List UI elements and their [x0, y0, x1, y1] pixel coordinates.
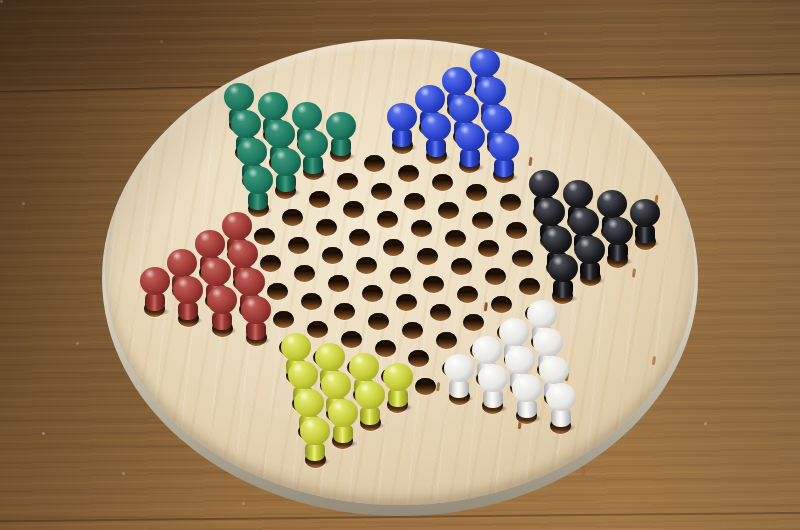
hole[interactable]	[288, 237, 309, 254]
peg-ball	[505, 346, 535, 374]
hole[interactable]	[371, 183, 392, 200]
peg-body	[248, 191, 268, 210]
peg-white[interactable]	[512, 374, 542, 422]
dust-specks	[0, 0, 3, 3]
hole[interactable]	[432, 174, 453, 191]
peg-ball	[355, 381, 385, 409]
hole[interactable]	[438, 202, 459, 219]
hole[interactable]	[491, 296, 512, 313]
peg-blue[interactable]	[387, 103, 417, 151]
peg-ball	[315, 343, 345, 371]
peg-ball	[140, 267, 170, 295]
peg-ball	[476, 77, 506, 105]
hole[interactable]	[383, 239, 404, 256]
peg-black[interactable]	[575, 236, 605, 284]
hole[interactable]	[463, 314, 484, 331]
peg-yellow[interactable]	[328, 399, 358, 447]
peg-ball	[300, 417, 330, 445]
hole[interactable]	[478, 240, 499, 257]
peg-ball	[241, 296, 271, 324]
peg-ball	[201, 258, 231, 286]
peg-blue[interactable]	[489, 133, 519, 181]
hole[interactable]	[423, 276, 444, 293]
hole[interactable]	[349, 229, 370, 246]
hole[interactable]	[457, 286, 478, 303]
peg-ball	[207, 286, 237, 314]
hole[interactable]	[322, 247, 343, 264]
hole[interactable]	[398, 165, 419, 182]
peg-ball	[243, 166, 273, 194]
hole[interactable]	[519, 278, 540, 295]
hole[interactable]	[445, 230, 466, 247]
peg-ball	[472, 336, 502, 364]
hole[interactable]	[506, 222, 527, 239]
peg-ball	[326, 112, 356, 140]
peg-yellow[interactable]	[355, 381, 385, 429]
peg-ball	[235, 268, 265, 296]
peg-ball	[173, 276, 203, 304]
peg-ball	[597, 190, 627, 218]
hole[interactable]	[500, 194, 521, 211]
peg-ball	[271, 148, 301, 176]
peg-green[interactable]	[326, 112, 356, 160]
peg-black[interactable]	[630, 199, 660, 247]
hole[interactable]	[316, 219, 337, 236]
peg-ball	[328, 399, 358, 427]
peg-ball	[258, 92, 288, 120]
peg-body	[178, 301, 198, 320]
peg-ball	[542, 226, 572, 254]
peg-ball	[482, 105, 512, 133]
hole[interactable]	[377, 211, 398, 228]
hole[interactable]	[334, 303, 355, 320]
peg-green[interactable]	[271, 148, 301, 196]
hole[interactable]	[309, 191, 330, 208]
hole[interactable]	[415, 378, 436, 395]
peg-ball	[455, 123, 485, 151]
peg-ball	[512, 374, 542, 402]
peg-body	[551, 408, 571, 427]
game-board	[105, 39, 695, 505]
hole[interactable]	[396, 294, 417, 311]
peg-black[interactable]	[548, 254, 578, 302]
hole[interactable]	[343, 201, 364, 218]
peg-white[interactable]	[546, 383, 576, 431]
peg-ball	[444, 354, 474, 382]
peg-ball	[415, 85, 445, 113]
peg-white[interactable]	[478, 364, 508, 412]
peg-ball	[489, 133, 519, 161]
peg-ball	[535, 198, 565, 226]
hole[interactable]	[451, 258, 472, 275]
peg-ball	[228, 240, 258, 268]
peg-ball	[546, 383, 576, 411]
peg-red[interactable]	[140, 267, 170, 315]
hole[interactable]	[282, 209, 303, 226]
peg-blue[interactable]	[455, 123, 485, 171]
peg-ball	[575, 236, 605, 264]
peg-body	[392, 128, 412, 147]
hole[interactable]	[356, 257, 377, 274]
peg-yellow[interactable]	[383, 363, 413, 411]
hole[interactable]	[294, 265, 315, 282]
peg-body	[449, 379, 469, 398]
hole[interactable]	[485, 268, 506, 285]
hole[interactable]	[472, 212, 493, 229]
hole[interactable]	[402, 322, 423, 339]
peg-ball	[442, 67, 472, 95]
peg-ball	[478, 364, 508, 392]
hole[interactable]	[368, 313, 389, 330]
peg-ball	[237, 138, 267, 166]
peg-ball	[195, 230, 225, 258]
peg-white[interactable]	[444, 354, 474, 402]
hole[interactable]	[362, 285, 383, 302]
hole[interactable]	[390, 267, 411, 284]
peg-ball	[298, 130, 328, 158]
peg-ball	[281, 333, 311, 361]
peg-ball	[421, 113, 451, 141]
hole[interactable]	[466, 184, 487, 201]
hole[interactable]	[301, 293, 322, 310]
peg-ball	[387, 103, 417, 131]
peg-red[interactable]	[241, 296, 271, 344]
peg-ball	[569, 208, 599, 236]
peg-green[interactable]	[298, 130, 328, 178]
hole[interactable]	[337, 173, 358, 190]
peg-ball	[527, 300, 557, 328]
peg-ball	[548, 254, 578, 282]
hole[interactable]	[436, 332, 457, 349]
peg-ball	[449, 95, 479, 123]
hole[interactable]	[430, 304, 451, 321]
peg-green[interactable]	[243, 166, 273, 214]
peg-ball	[630, 199, 660, 227]
peg-ball	[294, 389, 324, 417]
peg-ball	[529, 170, 559, 198]
peg-ball	[222, 212, 252, 240]
hole[interactable]	[328, 275, 349, 292]
photo-scene	[0, 0, 800, 530]
peg-black[interactable]	[603, 217, 633, 265]
peg-grid	[105, 39, 695, 505]
peg-ball	[167, 249, 197, 277]
peg-ball	[383, 363, 413, 391]
peg-red[interactable]	[207, 286, 237, 334]
peg-ball	[603, 217, 633, 245]
peg-ball	[533, 328, 563, 356]
hole[interactable]	[417, 248, 438, 265]
peg-ball	[563, 180, 593, 208]
peg-ball	[470, 49, 500, 77]
hole[interactable]	[273, 311, 294, 328]
hole[interactable]	[404, 193, 425, 210]
peg-ball	[292, 102, 322, 130]
peg-yellow[interactable]	[300, 417, 330, 465]
peg-ball	[224, 83, 254, 111]
peg-red[interactable]	[173, 276, 203, 324]
peg-ball	[539, 356, 569, 384]
hole[interactable]	[364, 155, 385, 172]
peg-body	[635, 224, 655, 243]
peg-ball	[321, 371, 351, 399]
peg-ball	[231, 110, 261, 138]
hole[interactable]	[411, 220, 432, 237]
hole[interactable]	[512, 250, 533, 267]
peg-body	[608, 242, 628, 261]
peg-ball	[265, 120, 295, 148]
peg-blue[interactable]	[421, 113, 451, 161]
peg-ball	[349, 353, 379, 381]
peg-ball	[288, 361, 318, 389]
peg-ball	[499, 318, 529, 346]
